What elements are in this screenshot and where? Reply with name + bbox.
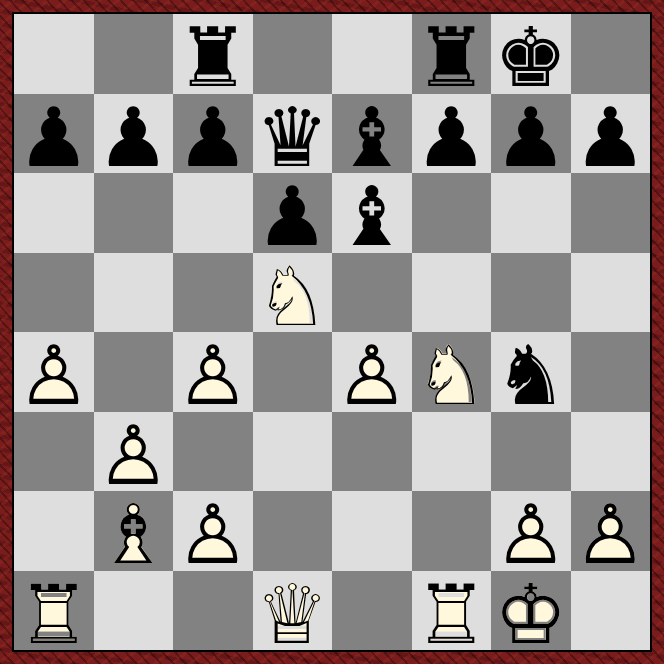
- square-d3[interactable]: [253, 412, 333, 492]
- piece-fill-layer: ♚: [491, 18, 571, 98]
- square-f6[interactable]: [412, 173, 492, 253]
- piece-black-king[interactable]: ♚: [491, 14, 571, 94]
- square-g2[interactable]: ♟♙: [491, 491, 571, 571]
- piece-fill-layer: ♛: [253, 98, 333, 178]
- square-g3[interactable]: [491, 412, 571, 492]
- piece-black-queen[interactable]: ♛: [253, 94, 333, 174]
- square-b3[interactable]: ♟♙: [94, 412, 174, 492]
- chess-app: ♜♜♚♟♟♟♛♝♟♟♟♟♝♞♘♟♙♟♙♟♙♞♘♞♟♙♝♗♟♙♟♙♟♙♜♖♛♕♜♖…: [0, 0, 664, 664]
- piece-black-pawn[interactable]: ♟: [14, 94, 94, 174]
- square-b1[interactable]: [94, 571, 174, 651]
- square-e3[interactable]: [332, 412, 412, 492]
- square-g7[interactable]: ♟: [491, 94, 571, 174]
- square-e4[interactable]: ♟♙: [332, 332, 412, 412]
- square-d5[interactable]: ♞♘: [253, 253, 333, 333]
- square-f4[interactable]: ♞♘: [412, 332, 492, 412]
- piece-white-rook[interactable]: ♜♖: [14, 571, 94, 651]
- square-d2[interactable]: [253, 491, 333, 571]
- piece-outline-layer: ♕: [253, 575, 333, 655]
- square-b5[interactable]: [94, 253, 174, 333]
- piece-white-king[interactable]: ♚♔: [491, 571, 571, 651]
- piece-outline-layer: ♔: [491, 575, 571, 655]
- square-f8[interactable]: ♜: [412, 14, 492, 94]
- piece-outline-layer: ♙: [14, 336, 94, 416]
- piece-fill-layer: ♝: [332, 177, 412, 257]
- piece-outline-layer: ♖: [412, 575, 492, 655]
- square-h6[interactable]: [571, 173, 651, 253]
- piece-fill-layer: ♟: [173, 98, 253, 178]
- square-a1[interactable]: ♜♖: [14, 571, 94, 651]
- square-c2[interactable]: ♟♙: [173, 491, 253, 571]
- piece-fill-layer: ♟: [253, 177, 333, 257]
- square-c8[interactable]: ♜: [173, 14, 253, 94]
- piece-outline-layer: ♗: [94, 495, 174, 575]
- piece-white-bishop[interactable]: ♝♗: [94, 491, 174, 571]
- piece-black-pawn[interactable]: ♟: [94, 94, 174, 174]
- square-a2[interactable]: [14, 491, 94, 571]
- square-b2[interactable]: ♝♗: [94, 491, 174, 571]
- square-e8[interactable]: [332, 14, 412, 94]
- square-a6[interactable]: [14, 173, 94, 253]
- square-a3[interactable]: [14, 412, 94, 492]
- piece-white-queen[interactable]: ♛♕: [253, 571, 333, 651]
- square-b8[interactable]: [94, 14, 174, 94]
- piece-black-rook[interactable]: ♜: [412, 14, 492, 94]
- square-b4[interactable]: [94, 332, 174, 412]
- square-d7[interactable]: ♛: [253, 94, 333, 174]
- piece-fill-layer: ♝: [332, 98, 412, 178]
- square-e6[interactable]: ♝: [332, 173, 412, 253]
- square-g8[interactable]: ♚: [491, 14, 571, 94]
- piece-outline-layer: ♙: [571, 495, 651, 575]
- piece-white-knight[interactable]: ♞♘: [253, 253, 333, 333]
- piece-outline-layer: ♙: [332, 336, 412, 416]
- piece-fill-layer: ♟: [412, 98, 492, 178]
- square-c4[interactable]: ♟♙: [173, 332, 253, 412]
- square-g1[interactable]: ♚♔: [491, 571, 571, 651]
- piece-fill-layer: ♟: [94, 98, 174, 178]
- square-h2[interactable]: ♟♙: [571, 491, 651, 571]
- square-e2[interactable]: [332, 491, 412, 571]
- piece-white-pawn[interactable]: ♟♙: [491, 491, 571, 571]
- piece-white-rook[interactable]: ♜♖: [412, 571, 492, 651]
- chess-board: ♜♜♚♟♟♟♛♝♟♟♟♟♝♞♘♟♙♟♙♟♙♞♘♞♟♙♝♗♟♙♟♙♟♙♜♖♛♕♜♖…: [12, 12, 652, 652]
- square-a5[interactable]: [14, 253, 94, 333]
- piece-white-knight[interactable]: ♞♘: [412, 332, 492, 412]
- piece-black-pawn[interactable]: ♟: [173, 94, 253, 174]
- piece-white-pawn[interactable]: ♟♙: [571, 491, 651, 571]
- square-f2[interactable]: [412, 491, 492, 571]
- piece-black-pawn[interactable]: ♟: [571, 94, 651, 174]
- piece-black-pawn[interactable]: ♟: [412, 94, 492, 174]
- piece-outline-layer: ♙: [173, 495, 253, 575]
- square-h1[interactable]: [571, 571, 651, 651]
- square-h3[interactable]: [571, 412, 651, 492]
- square-a8[interactable]: [14, 14, 94, 94]
- piece-white-pawn[interactable]: ♟♙: [173, 491, 253, 571]
- square-c6[interactable]: [173, 173, 253, 253]
- square-e5[interactable]: [332, 253, 412, 333]
- square-h5[interactable]: [571, 253, 651, 333]
- piece-fill-layer: ♜: [173, 18, 253, 98]
- piece-black-pawn[interactable]: ♟: [253, 173, 333, 253]
- piece-white-pawn[interactable]: ♟♙: [332, 332, 412, 412]
- square-h7[interactable]: ♟: [571, 94, 651, 174]
- piece-white-pawn[interactable]: ♟♙: [94, 412, 174, 492]
- square-g5[interactable]: [491, 253, 571, 333]
- square-e1[interactable]: [332, 571, 412, 651]
- piece-white-pawn[interactable]: ♟♙: [173, 332, 253, 412]
- piece-fill-layer: ♟: [571, 98, 651, 178]
- square-f5[interactable]: [412, 253, 492, 333]
- square-f3[interactable]: [412, 412, 492, 492]
- square-d8[interactable]: [253, 14, 333, 94]
- piece-black-rook[interactable]: ♜: [173, 14, 253, 94]
- square-b7[interactable]: ♟: [94, 94, 174, 174]
- piece-fill-layer: ♞: [491, 336, 571, 416]
- square-c1[interactable]: [173, 571, 253, 651]
- piece-fill-layer: ♜: [412, 18, 492, 98]
- square-d6[interactable]: ♟: [253, 173, 333, 253]
- piece-outline-layer: ♘: [412, 336, 492, 416]
- square-g6[interactable]: [491, 173, 571, 253]
- piece-black-pawn[interactable]: ♟: [491, 94, 571, 174]
- piece-outline-layer: ♘: [253, 257, 333, 337]
- piece-black-bishop[interactable]: ♝: [332, 94, 412, 174]
- square-c7[interactable]: ♟: [173, 94, 253, 174]
- square-a7[interactable]: ♟: [14, 94, 94, 174]
- piece-white-pawn[interactable]: ♟♙: [14, 332, 94, 412]
- square-h8[interactable]: [571, 14, 651, 94]
- square-b6[interactable]: [94, 173, 174, 253]
- square-h4[interactable]: [571, 332, 651, 412]
- piece-black-bishop[interactable]: ♝: [332, 173, 412, 253]
- piece-outline-layer: ♖: [14, 575, 94, 655]
- piece-outline-layer: ♙: [173, 336, 253, 416]
- square-f7[interactable]: ♟: [412, 94, 492, 174]
- square-c5[interactable]: [173, 253, 253, 333]
- square-a4[interactable]: ♟♙: [14, 332, 94, 412]
- square-d4[interactable]: [253, 332, 333, 412]
- square-d1[interactable]: ♛♕: [253, 571, 333, 651]
- piece-outline-layer: ♙: [94, 416, 174, 496]
- square-e7[interactable]: ♝: [332, 94, 412, 174]
- square-f1[interactable]: ♜♖: [412, 571, 492, 651]
- square-g4[interactable]: ♞: [491, 332, 571, 412]
- piece-black-knight[interactable]: ♞: [491, 332, 571, 412]
- square-c3[interactable]: [173, 412, 253, 492]
- piece-fill-layer: ♟: [14, 98, 94, 178]
- piece-fill-layer: ♟: [491, 98, 571, 178]
- piece-outline-layer: ♙: [491, 495, 571, 575]
